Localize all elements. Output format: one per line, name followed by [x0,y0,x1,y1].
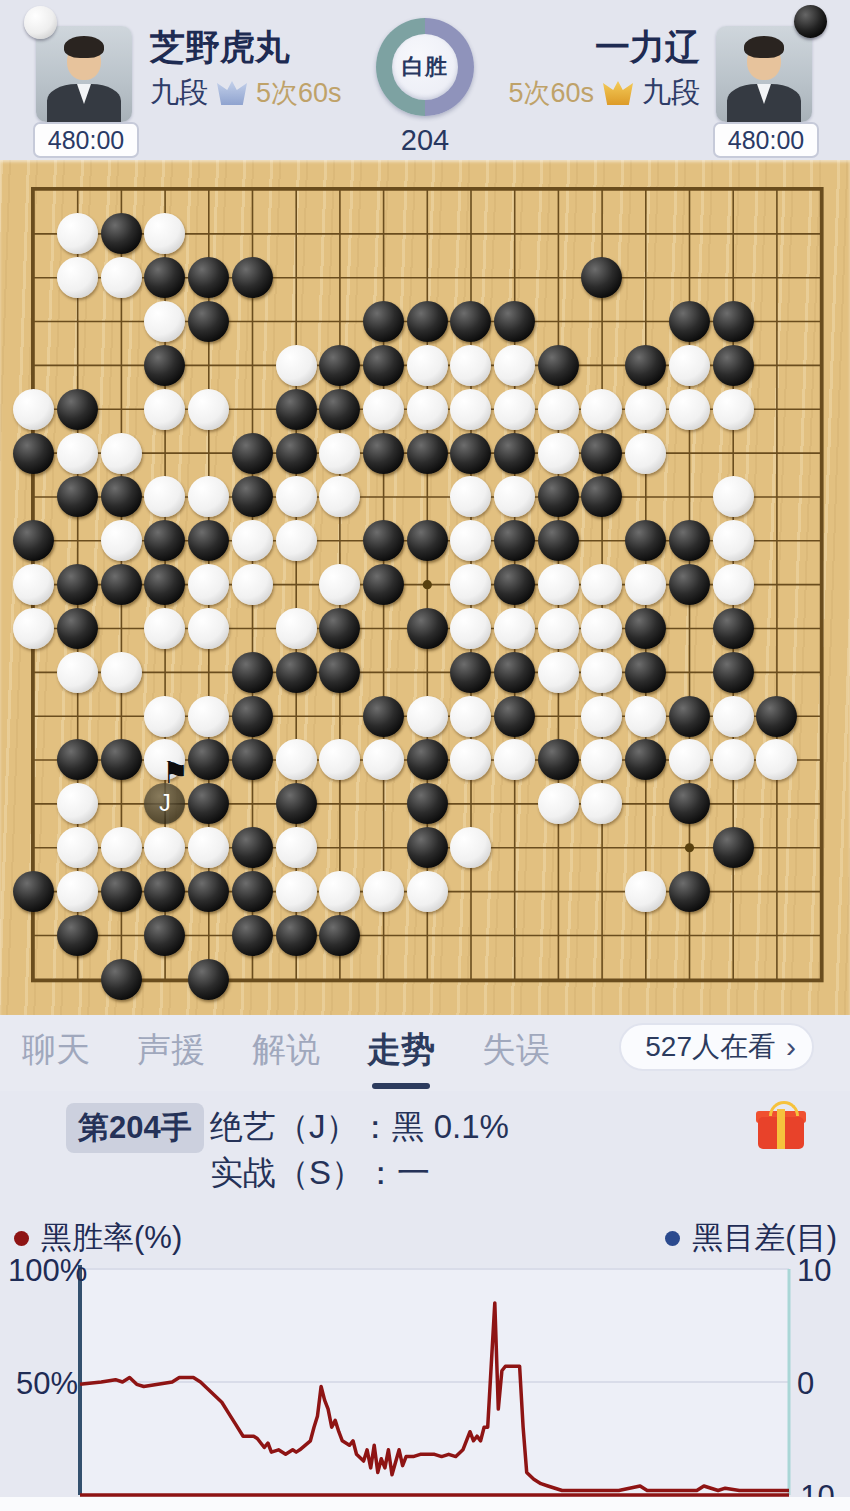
board-point[interactable] [318,563,362,607]
board-point[interactable] [799,475,843,519]
board-point[interactable] [580,826,624,870]
board-point[interactable] [536,431,580,475]
board-point[interactable] [362,300,406,344]
board-point[interactable] [536,694,580,738]
tab-chat[interactable]: 聊天 [22,1027,90,1079]
board-point[interactable] [230,387,274,431]
board-point[interactable] [799,826,843,870]
board-point[interactable] [405,607,449,651]
board-point[interactable] [667,519,711,563]
board-point[interactable] [580,738,624,782]
board-point[interactable] [580,387,624,431]
board-point[interactable] [56,168,100,212]
board-point[interactable] [624,519,668,563]
board-point[interactable] [362,826,406,870]
avatar-left-player[interactable] [36,26,132,122]
board-point[interactable] [362,913,406,957]
board-point[interactable] [362,343,406,387]
board-point[interactable] [99,826,143,870]
board-point[interactable] [493,782,537,826]
board-point[interactable] [12,782,56,826]
board-point[interactable] [99,519,143,563]
board-point[interactable] [318,826,362,870]
board-point[interactable] [449,913,493,957]
board-point[interactable] [318,300,362,344]
board-point[interactable] [799,343,843,387]
board-point[interactable] [187,650,231,694]
board-point[interactable] [667,694,711,738]
board-point[interactable] [405,913,449,957]
board-point[interactable] [405,212,449,256]
board-point[interactable] [318,168,362,212]
board-point[interactable] [624,694,668,738]
board-point[interactable] [667,212,711,256]
board-point[interactable] [318,870,362,914]
board-point[interactable] [711,782,755,826]
board-point[interactable] [536,168,580,212]
board-point[interactable] [12,343,56,387]
board-point[interactable] [624,256,668,300]
board-point[interactable] [143,913,187,957]
board-point[interactable] [624,870,668,914]
avatar-right-player[interactable] [716,26,812,122]
board-point[interactable] [362,387,406,431]
board-point[interactable] [624,782,668,826]
board-point[interactable] [318,738,362,782]
board-point[interactable] [667,300,711,344]
board-point[interactable] [56,650,100,694]
board-point[interactable] [274,212,318,256]
board-point[interactable] [230,782,274,826]
board-point[interactable] [405,782,449,826]
board-point[interactable] [187,607,231,651]
board-point[interactable] [449,212,493,256]
board-point[interactable] [99,738,143,782]
board-point[interactable] [711,387,755,431]
board-point[interactable] [536,782,580,826]
board-point[interactable] [99,256,143,300]
board-point[interactable] [624,387,668,431]
board-point[interactable] [755,650,799,694]
board-point[interactable] [143,300,187,344]
board-point[interactable] [493,650,537,694]
board-point[interactable] [274,387,318,431]
board-point[interactable] [99,168,143,212]
tab-trend[interactable]: 走势 [367,1027,435,1079]
board-point[interactable] [99,563,143,607]
board-point[interactable] [362,607,406,651]
board-point[interactable] [580,519,624,563]
board-point[interactable] [799,168,843,212]
board-point[interactable] [274,519,318,563]
board-point[interactable] [405,168,449,212]
board-point[interactable] [624,650,668,694]
board-point[interactable] [624,343,668,387]
board-point[interactable] [667,826,711,870]
board-point[interactable] [318,519,362,563]
board-point[interactable] [536,913,580,957]
board-point[interactable] [449,694,493,738]
board-point[interactable] [187,826,231,870]
board-point[interactable] [755,870,799,914]
board-point[interactable] [230,475,274,519]
board-point[interactable] [667,738,711,782]
board-point[interactable] [799,212,843,256]
board-point[interactable] [99,387,143,431]
board-point[interactable] [493,870,537,914]
board-point[interactable] [318,782,362,826]
board-point[interactable] [580,957,624,1001]
board-point[interactable] [56,738,100,782]
board-point[interactable] [187,431,231,475]
board-point[interactable] [318,431,362,475]
board-point[interactable] [318,212,362,256]
board-point[interactable] [56,563,100,607]
board-point[interactable] [799,519,843,563]
board-point[interactable] [56,343,100,387]
board-point[interactable] [362,563,406,607]
board-point[interactable] [799,738,843,782]
board-point[interactable] [493,168,537,212]
board-point[interactable] [362,431,406,475]
board-point[interactable] [405,738,449,782]
board-point[interactable] [799,607,843,651]
board-point[interactable] [12,694,56,738]
board-point[interactable] [755,431,799,475]
board-point[interactable] [274,738,318,782]
board-point[interactable] [143,431,187,475]
board-point[interactable] [667,168,711,212]
board-point[interactable] [405,563,449,607]
board-point[interactable] [56,957,100,1001]
board-point[interactable] [667,650,711,694]
board-point[interactable] [318,694,362,738]
board-point[interactable] [187,212,231,256]
board-point[interactable] [580,650,624,694]
board-point[interactable] [580,343,624,387]
board-point[interactable] [99,650,143,694]
board-point[interactable] [493,387,537,431]
board-point[interactable] [274,256,318,300]
board-point[interactable] [449,563,493,607]
board-point[interactable] [493,300,537,344]
board-point[interactable] [624,212,668,256]
board-point[interactable] [493,826,537,870]
board-point[interactable] [230,343,274,387]
board-point[interactable] [405,431,449,475]
board-point[interactable] [536,212,580,256]
board-point[interactable] [318,256,362,300]
board-point[interactable] [56,870,100,914]
board-point[interactable] [667,387,711,431]
board-point[interactable] [711,431,755,475]
board-point[interactable] [187,343,231,387]
board-point[interactable] [536,870,580,914]
board-point[interactable] [624,563,668,607]
board-point[interactable] [799,913,843,957]
board-point[interactable] [99,913,143,957]
board-point[interactable] [624,431,668,475]
board-point[interactable] [362,475,406,519]
board-point[interactable] [274,826,318,870]
board-point[interactable] [56,475,100,519]
board-point[interactable] [711,957,755,1001]
board-point[interactable] [12,957,56,1001]
tab-commentary[interactable]: 解说 [252,1027,320,1079]
board-point[interactable] [799,694,843,738]
board-point[interactable] [711,826,755,870]
board-point[interactable] [274,650,318,694]
board-point[interactable] [230,694,274,738]
board-point[interactable] [230,607,274,651]
board-point[interactable] [56,826,100,870]
board-point[interactable] [711,650,755,694]
board-point[interactable] [362,738,406,782]
board-point[interactable] [99,870,143,914]
board-point[interactable] [12,212,56,256]
board-point[interactable] [711,300,755,344]
board-point[interactable] [143,694,187,738]
board-point[interactable] [362,256,406,300]
board-point[interactable] [12,563,56,607]
board-point[interactable] [230,256,274,300]
board-point[interactable] [99,431,143,475]
tab-mistakes[interactable]: 失误 [482,1027,550,1079]
board-point[interactable] [493,212,537,256]
board-point[interactable] [449,343,493,387]
board-point[interactable] [274,782,318,826]
board-point[interactable] [274,694,318,738]
board-point[interactable] [318,957,362,1001]
board-point[interactable] [405,475,449,519]
board-point[interactable] [536,475,580,519]
board-point[interactable] [143,387,187,431]
board-point[interactable]: J⚑ [143,782,187,826]
board-point[interactable] [143,563,187,607]
board-point[interactable] [667,607,711,651]
board-point[interactable] [12,607,56,651]
board-point[interactable] [493,256,537,300]
board-point[interactable] [449,782,493,826]
board-point[interactable] [580,913,624,957]
board-point[interactable] [580,168,624,212]
board-point[interactable] [667,343,711,387]
board-point[interactable] [187,870,231,914]
board-point[interactable] [624,475,668,519]
board-point[interactable] [493,957,537,1001]
board-point[interactable] [318,913,362,957]
board-point[interactable] [755,913,799,957]
board-point[interactable] [187,168,231,212]
board-point[interactable] [12,519,56,563]
board-point[interactable] [667,431,711,475]
board-point[interactable] [711,913,755,957]
board-point[interactable] [143,212,187,256]
board-point[interactable] [318,343,362,387]
board-point[interactable] [405,870,449,914]
board-point[interactable] [667,782,711,826]
board-point[interactable] [799,957,843,1001]
board-point[interactable] [99,782,143,826]
board-point[interactable] [230,431,274,475]
board-point[interactable] [449,431,493,475]
board-point[interactable] [99,212,143,256]
board-point[interactable] [405,650,449,694]
board-point[interactable] [362,694,406,738]
board-point[interactable] [799,782,843,826]
board-point[interactable] [12,256,56,300]
board-point[interactable] [99,694,143,738]
board-point[interactable] [711,738,755,782]
board-point[interactable] [493,475,537,519]
board-point[interactable] [274,475,318,519]
board-point[interactable] [56,300,100,344]
board-point[interactable] [799,256,843,300]
board-point[interactable] [362,212,406,256]
board-point[interactable] [449,475,493,519]
board-point[interactable] [274,957,318,1001]
board-point[interactable] [711,256,755,300]
board-point[interactable] [230,300,274,344]
board-point[interactable] [12,431,56,475]
board-point[interactable] [274,431,318,475]
board-point[interactable] [755,782,799,826]
board-point[interactable] [143,475,187,519]
board-point[interactable] [99,957,143,1001]
board-point[interactable] [624,168,668,212]
board-point[interactable] [362,519,406,563]
board-point[interactable] [405,826,449,870]
board-point[interactable] [580,300,624,344]
board-point[interactable] [274,607,318,651]
board-point[interactable] [667,957,711,1001]
board-point[interactable] [711,870,755,914]
board-point[interactable] [56,519,100,563]
board-point[interactable] [362,957,406,1001]
board-point[interactable] [99,300,143,344]
board-point[interactable] [536,957,580,1001]
board-point[interactable] [274,870,318,914]
gift-icon[interactable] [758,1103,804,1149]
board-point[interactable] [362,782,406,826]
board-point[interactable] [711,475,755,519]
board-point[interactable] [536,256,580,300]
board-point[interactable] [12,475,56,519]
board-point[interactable] [493,913,537,957]
board-point[interactable] [230,212,274,256]
board-point[interactable] [12,870,56,914]
board-point[interactable] [230,563,274,607]
board-point[interactable] [318,387,362,431]
board-point[interactable] [624,607,668,651]
board-point[interactable] [711,694,755,738]
board-point[interactable] [493,563,537,607]
board-point[interactable] [56,607,100,651]
board-point[interactable] [449,519,493,563]
board-point[interactable] [187,563,231,607]
board-point[interactable] [187,957,231,1001]
board-point[interactable] [230,957,274,1001]
board-point[interactable] [143,607,187,651]
board-point[interactable] [405,343,449,387]
board-point[interactable] [799,387,843,431]
board-point[interactable] [580,782,624,826]
board-point[interactable] [12,387,56,431]
board-point[interactable] [799,431,843,475]
board-point[interactable] [624,300,668,344]
board-point[interactable] [99,607,143,651]
board-point[interactable] [580,475,624,519]
board-point[interactable] [274,343,318,387]
board-point[interactable] [536,387,580,431]
board-point[interactable] [799,870,843,914]
board-point[interactable] [449,738,493,782]
board-point[interactable] [230,519,274,563]
board-point[interactable] [187,256,231,300]
board-point[interactable] [143,168,187,212]
board-point[interactable] [755,826,799,870]
board-point[interactable] [405,519,449,563]
board-point[interactable] [143,870,187,914]
board-point[interactable] [187,738,231,782]
board-point[interactable] [493,519,537,563]
board-point[interactable] [405,957,449,1001]
board-point[interactable] [449,256,493,300]
board-point[interactable] [274,563,318,607]
board-point[interactable] [362,650,406,694]
board-point[interactable] [12,168,56,212]
board-point[interactable] [405,694,449,738]
board-point[interactable] [143,826,187,870]
board-point[interactable] [536,650,580,694]
board-point[interactable] [99,475,143,519]
board-point[interactable] [624,957,668,1001]
board-point[interactable] [230,826,274,870]
board-point[interactable] [493,694,537,738]
board-point[interactable] [143,343,187,387]
board-point[interactable] [230,738,274,782]
board-point[interactable] [56,387,100,431]
board-point[interactable] [755,738,799,782]
board-point[interactable] [12,826,56,870]
board-point[interactable] [56,256,100,300]
board-point[interactable] [449,957,493,1001]
board-point[interactable] [405,256,449,300]
board-point[interactable] [536,607,580,651]
board-point[interactable] [624,826,668,870]
board-point[interactable] [711,519,755,563]
board-point[interactable] [755,387,799,431]
board-point[interactable] [493,343,537,387]
board-point[interactable] [755,957,799,1001]
board-point[interactable] [449,826,493,870]
board-point[interactable] [536,563,580,607]
board-point[interactable] [405,387,449,431]
board-point[interactable] [143,519,187,563]
board-point[interactable] [667,256,711,300]
board-point[interactable] [449,300,493,344]
board-point[interactable] [56,694,100,738]
board-point[interactable] [56,782,100,826]
board-point[interactable] [755,475,799,519]
go-board[interactable]: J⚑ [0,160,850,1015]
board-point[interactable] [799,563,843,607]
board-point[interactable] [143,256,187,300]
board-point[interactable] [56,913,100,957]
board-point[interactable] [449,387,493,431]
board-point[interactable] [493,738,537,782]
board-point[interactable] [318,607,362,651]
